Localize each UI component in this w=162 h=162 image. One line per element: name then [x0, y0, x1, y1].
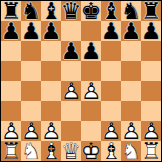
square-d3[interactable]	[61, 101, 81, 121]
piece-black-pawn[interactable]: ♟	[141, 21, 161, 41]
piece-black-pawn[interactable]: ♟	[121, 21, 141, 41]
square-b6[interactable]	[21, 41, 41, 61]
piece-glyph-outline: ♙	[81, 81, 101, 101]
piece-black-king[interactable]: ♚	[81, 1, 101, 21]
square-f4[interactable]	[101, 81, 121, 101]
square-e3[interactable]	[81, 101, 101, 121]
piece-white-pawn[interactable]: ♟♙	[1, 121, 21, 141]
square-f6[interactable]	[101, 41, 121, 61]
piece-glyph-outline: ♔	[81, 141, 101, 161]
piece-glyph-outline: ♖	[1, 141, 21, 161]
square-f3[interactable]	[101, 101, 121, 121]
piece-glyph-outline: ♙	[121, 121, 141, 141]
piece-white-pawn[interactable]: ♟♙	[21, 121, 41, 141]
piece-white-queen[interactable]: ♛♕	[61, 141, 81, 161]
square-e4[interactable]: ♟♙	[81, 81, 101, 101]
piece-glyph-outline: ♙	[101, 121, 121, 141]
chess-board: ♜♞♝♛♚♝♞♜♟♟♟♟♟♟♟♟♟♙♟♙♟♙♟♙♟♙♟♙♟♙♟♙♜♖♞♘♝♗♛♕…	[0, 0, 162, 162]
square-g4[interactable]	[121, 81, 141, 101]
piece-glyph-outline: ♙	[1, 121, 21, 141]
square-a8[interactable]: ♜	[1, 1, 21, 21]
square-b8[interactable]: ♞	[21, 1, 41, 21]
square-b4[interactable]	[21, 81, 41, 101]
square-d8[interactable]: ♛	[61, 1, 81, 21]
piece-glyph-outline: ♙	[41, 121, 61, 141]
piece-white-pawn[interactable]: ♟♙	[61, 81, 81, 101]
square-d1[interactable]: ♛♕	[61, 141, 81, 161]
piece-glyph-outline: ♙	[61, 81, 81, 101]
square-c3[interactable]	[41, 101, 61, 121]
square-g3[interactable]	[121, 101, 141, 121]
square-b1[interactable]: ♞♘	[21, 141, 41, 161]
piece-black-knight[interactable]: ♞	[21, 1, 41, 21]
square-b5[interactable]	[21, 61, 41, 81]
square-h1[interactable]: ♜♖	[141, 141, 161, 161]
square-e8[interactable]: ♚	[81, 1, 101, 21]
square-g2[interactable]: ♟♙	[121, 121, 141, 141]
square-e7[interactable]	[81, 21, 101, 41]
square-f2[interactable]: ♟♙	[101, 121, 121, 141]
square-a4[interactable]	[1, 81, 21, 101]
piece-white-knight[interactable]: ♞♘	[121, 141, 141, 161]
square-e1[interactable]: ♚♔	[81, 141, 101, 161]
piece-black-bishop[interactable]: ♝	[41, 1, 61, 21]
square-e2[interactable]	[81, 121, 101, 141]
square-h7[interactable]: ♟	[141, 21, 161, 41]
piece-glyph-outline: ♕	[61, 141, 81, 161]
piece-black-knight[interactable]: ♞	[121, 1, 141, 21]
piece-white-king[interactable]: ♚♔	[81, 141, 101, 161]
square-a2[interactable]: ♟♙	[1, 121, 21, 141]
square-f5[interactable]	[101, 61, 121, 81]
square-a5[interactable]	[1, 61, 21, 81]
piece-glyph-outline: ♗	[101, 141, 121, 161]
piece-glyph-outline: ♙	[141, 121, 161, 141]
piece-glyph-outline: ♗	[41, 141, 61, 161]
square-c2[interactable]: ♟♙	[41, 121, 61, 141]
square-c4[interactable]	[41, 81, 61, 101]
piece-white-pawn[interactable]: ♟♙	[101, 121, 121, 141]
square-d4[interactable]: ♟♙	[61, 81, 81, 101]
piece-black-rook[interactable]: ♜	[141, 1, 161, 21]
piece-black-pawn[interactable]: ♟	[41, 21, 61, 41]
square-g5[interactable]	[121, 61, 141, 81]
piece-black-pawn[interactable]: ♟	[101, 21, 121, 41]
piece-white-bishop[interactable]: ♝♗	[41, 141, 61, 161]
square-g1[interactable]: ♞♘	[121, 141, 141, 161]
square-e6[interactable]: ♟	[81, 41, 101, 61]
square-c5[interactable]	[41, 61, 61, 81]
piece-white-knight[interactable]: ♞♘	[21, 141, 41, 161]
piece-black-bishop[interactable]: ♝	[101, 1, 121, 21]
square-f8[interactable]: ♝	[101, 1, 121, 21]
square-a7[interactable]: ♟	[1, 21, 21, 41]
square-d6[interactable]: ♟	[61, 41, 81, 61]
square-h4[interactable]	[141, 81, 161, 101]
piece-white-pawn[interactable]: ♟♙	[121, 121, 141, 141]
square-f1[interactable]: ♝♗	[101, 141, 121, 161]
square-b2[interactable]: ♟♙	[21, 121, 41, 141]
square-d2[interactable]	[61, 121, 81, 141]
square-h5[interactable]	[141, 61, 161, 81]
piece-glyph-outline: ♖	[141, 141, 161, 161]
square-b7[interactable]: ♟	[21, 21, 41, 41]
piece-black-pawn[interactable]: ♟	[81, 41, 101, 61]
square-e5[interactable]	[81, 61, 101, 81]
piece-white-pawn[interactable]: ♟♙	[81, 81, 101, 101]
square-c1[interactable]: ♝♗	[41, 141, 61, 161]
square-h8[interactable]: ♜	[141, 1, 161, 21]
piece-black-pawn[interactable]: ♟	[1, 21, 21, 41]
square-h3[interactable]	[141, 101, 161, 121]
piece-black-pawn[interactable]: ♟	[21, 21, 41, 41]
square-h2[interactable]: ♟♙	[141, 121, 161, 141]
piece-white-rook[interactable]: ♜♖	[1, 141, 21, 161]
square-c6[interactable]	[41, 41, 61, 61]
piece-black-queen[interactable]: ♛	[61, 1, 81, 21]
piece-black-pawn[interactable]: ♟	[61, 41, 81, 61]
square-c7[interactable]: ♟	[41, 21, 61, 41]
piece-black-rook[interactable]: ♜	[1, 1, 21, 21]
piece-glyph-outline: ♘	[121, 141, 141, 161]
square-g6[interactable]	[121, 41, 141, 61]
square-d7[interactable]	[61, 21, 81, 41]
square-c8[interactable]: ♝	[41, 1, 61, 21]
square-a6[interactable]	[1, 41, 21, 61]
piece-glyph-outline: ♘	[21, 141, 41, 161]
square-a3[interactable]	[1, 101, 21, 121]
square-a1[interactable]: ♜♖	[1, 141, 21, 161]
piece-white-bishop[interactable]: ♝♗	[101, 141, 121, 161]
piece-white-rook[interactable]: ♜♖	[141, 141, 161, 161]
square-f7[interactable]: ♟	[101, 21, 121, 41]
square-g7[interactable]: ♟	[121, 21, 141, 41]
piece-white-pawn[interactable]: ♟♙	[141, 121, 161, 141]
square-d5[interactable]	[61, 61, 81, 81]
piece-white-pawn[interactable]: ♟♙	[41, 121, 61, 141]
square-h6[interactable]	[141, 41, 161, 61]
square-b3[interactable]	[21, 101, 41, 121]
square-g8[interactable]: ♞	[121, 1, 141, 21]
piece-glyph-outline: ♙	[21, 121, 41, 141]
